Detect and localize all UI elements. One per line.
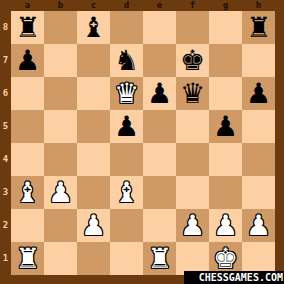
square-d6[interactable]: ♛ [110,77,143,110]
square-f6[interactable]: ♛ [176,77,209,110]
square-e7[interactable] [143,44,176,77]
square-a4[interactable] [11,143,44,176]
square-c3[interactable] [77,176,110,209]
square-f2[interactable]: ♟ [176,209,209,242]
square-b3[interactable]: ♟ [44,176,77,209]
piece-white-pawn-b3[interactable]: ♟ [48,176,73,209]
piece-white-queen-d6[interactable]: ♛ [114,77,139,110]
square-a3[interactable]: ♝ [11,176,44,209]
rank-label-2: 2 [0,209,11,242]
square-c4[interactable] [77,143,110,176]
piece-black-rook-h8[interactable]: ♜ [246,11,271,44]
square-a1[interactable]: ♜ [11,242,44,275]
chess-diagram-frame: abcdefgh 87654321 ♜♝♜♟♞♚♛♟♛♟♟♟♝♟♝♟♟♟♟♜♜♚… [0,0,284,284]
rank-label-4: 4 [0,143,11,176]
square-f8[interactable] [176,11,209,44]
piece-black-king-f7[interactable]: ♚ [180,44,205,77]
piece-black-pawn-e6[interactable]: ♟ [147,77,172,110]
square-h5[interactable] [242,110,275,143]
square-d4[interactable] [110,143,143,176]
square-d7[interactable]: ♞ [110,44,143,77]
square-g4[interactable] [209,143,242,176]
square-d8[interactable] [110,11,143,44]
square-c5[interactable] [77,110,110,143]
square-g2[interactable]: ♟ [209,209,242,242]
square-g7[interactable] [209,44,242,77]
square-a2[interactable] [11,209,44,242]
square-f7[interactable]: ♚ [176,44,209,77]
rank-label-5: 5 [0,110,11,143]
piece-white-bishop-a3[interactable]: ♝ [15,176,40,209]
square-e1[interactable]: ♜ [143,242,176,275]
piece-black-pawn-d5[interactable]: ♟ [114,110,139,143]
file-label-b: b [44,0,77,11]
piece-white-rook-a1[interactable]: ♜ [15,242,40,275]
square-a8[interactable]: ♜ [11,11,44,44]
square-b6[interactable] [44,77,77,110]
piece-black-knight-d7[interactable]: ♞ [114,44,139,77]
square-h7[interactable] [242,44,275,77]
square-b5[interactable] [44,110,77,143]
square-f4[interactable] [176,143,209,176]
file-label-d: d [110,0,143,11]
square-b4[interactable] [44,143,77,176]
square-h4[interactable] [242,143,275,176]
piece-black-queen-f6[interactable]: ♛ [180,77,205,110]
square-a6[interactable] [11,77,44,110]
square-h6[interactable]: ♟ [242,77,275,110]
square-g8[interactable] [209,11,242,44]
square-b8[interactable] [44,11,77,44]
square-e8[interactable] [143,11,176,44]
square-d3[interactable]: ♝ [110,176,143,209]
site-credit-text: CHESSGAMES.COM [199,272,284,283]
rank-labels: 87654321 [0,11,11,275]
piece-white-pawn-g2[interactable]: ♟ [213,209,238,242]
piece-white-pawn-f2[interactable]: ♟ [180,209,205,242]
file-label-e: e [143,0,176,11]
square-h3[interactable] [242,176,275,209]
rank-label-3: 3 [0,176,11,209]
rank-label-8: 8 [0,11,11,44]
square-e4[interactable] [143,143,176,176]
chess-board[interactable]: ♜♝♜♟♞♚♛♟♛♟♟♟♝♟♝♟♟♟♟♜♜♚ [11,11,275,275]
rank-label-7: 7 [0,44,11,77]
square-h2[interactable]: ♟ [242,209,275,242]
square-a5[interactable] [11,110,44,143]
piece-black-rook-a8[interactable]: ♜ [15,11,40,44]
square-e6[interactable]: ♟ [143,77,176,110]
square-b1[interactable] [44,242,77,275]
square-d2[interactable] [110,209,143,242]
file-labels: abcdefgh [11,0,275,11]
piece-white-bishop-d3[interactable]: ♝ [114,176,139,209]
square-g6[interactable] [209,77,242,110]
piece-black-pawn-g5[interactable]: ♟ [213,110,238,143]
square-b7[interactable] [44,44,77,77]
piece-white-pawn-h2[interactable]: ♟ [246,209,271,242]
rank-label-6: 6 [0,77,11,110]
piece-black-bishop-c8[interactable]: ♝ [81,11,106,44]
square-a7[interactable]: ♟ [11,44,44,77]
piece-black-pawn-h6[interactable]: ♟ [246,77,271,110]
square-g3[interactable] [209,176,242,209]
square-d5[interactable]: ♟ [110,110,143,143]
site-credit: CHESSGAMES.COM [184,271,284,284]
square-e2[interactable] [143,209,176,242]
square-c8[interactable]: ♝ [77,11,110,44]
square-h8[interactable]: ♜ [242,11,275,44]
square-e3[interactable] [143,176,176,209]
file-label-g: g [209,0,242,11]
square-d1[interactable] [110,242,143,275]
square-f3[interactable] [176,176,209,209]
square-c7[interactable] [77,44,110,77]
file-label-h: h [242,0,275,11]
file-label-a: a [11,0,44,11]
square-c1[interactable] [77,242,110,275]
piece-white-pawn-c2[interactable]: ♟ [81,209,106,242]
square-b2[interactable] [44,209,77,242]
piece-black-pawn-a7[interactable]: ♟ [15,44,40,77]
square-f5[interactable] [176,110,209,143]
file-label-f: f [176,0,209,11]
square-g5[interactable]: ♟ [209,110,242,143]
square-c2[interactable]: ♟ [77,209,110,242]
square-c6[interactable] [77,77,110,110]
piece-white-rook-e1[interactable]: ♜ [147,242,172,275]
rank-label-1: 1 [0,242,11,275]
file-label-c: c [77,0,110,11]
square-e5[interactable] [143,110,176,143]
